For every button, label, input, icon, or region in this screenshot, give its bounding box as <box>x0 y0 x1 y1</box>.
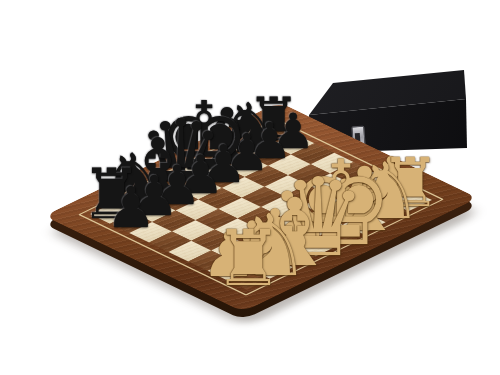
piece-black-pawn: ♟ <box>106 180 157 236</box>
chess-set-product-photo: ♜♞♝♛♚♝♞♜♟♟♟♟♟♟♟♟♟♟♟♟♟♟♟♟♜♞♝♛♚♝♞♜ <box>0 0 500 375</box>
piece-white-rook: ♜ <box>214 220 283 298</box>
pieces-layer: ♜♞♝♛♚♝♞♜♟♟♟♟♟♟♟♟♟♟♟♟♟♟♟♟♜♞♝♛♚♝♞♜ <box>0 0 500 375</box>
